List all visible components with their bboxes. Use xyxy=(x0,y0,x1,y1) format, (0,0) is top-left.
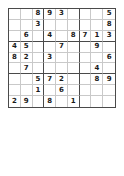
cell-r8c1[interactable] xyxy=(9,85,21,96)
cell-r4c6[interactable] xyxy=(68,42,80,53)
cell-r7c2[interactable] xyxy=(21,74,33,85)
cell-r5c6[interactable] xyxy=(68,53,80,64)
cell-r1c8[interactable] xyxy=(91,9,103,20)
cell-r9c2[interactable]: 9 xyxy=(21,96,33,107)
cell-r6c3[interactable] xyxy=(33,63,45,74)
cell-r1c2[interactable] xyxy=(21,9,33,20)
cell-r3c1[interactable] xyxy=(9,31,21,42)
cell-r7c4[interactable]: 7 xyxy=(44,74,56,85)
cell-r4c1[interactable]: 4 xyxy=(9,42,21,53)
cell-r4c5[interactable]: 7 xyxy=(56,42,68,53)
cell-r6c9[interactable] xyxy=(103,63,115,74)
cell-r8c4[interactable] xyxy=(44,85,56,96)
cell-r2c8[interactable] xyxy=(91,20,103,31)
cell-r3c3[interactable] xyxy=(33,31,45,42)
cell-r3c6[interactable]: 8 xyxy=(68,31,80,42)
cell-r3c5[interactable] xyxy=(56,31,68,42)
cell-r6c1[interactable] xyxy=(9,63,21,74)
cell-r4c7[interactable] xyxy=(80,42,92,53)
cell-r7c5[interactable]: 2 xyxy=(56,74,68,85)
cell-r1c7[interactable] xyxy=(80,9,92,20)
cell-r2c1[interactable] xyxy=(9,20,21,31)
cell-r2c4[interactable] xyxy=(44,20,56,31)
cell-r6c4[interactable] xyxy=(44,63,56,74)
cell-r9c8[interactable] xyxy=(91,96,103,107)
cell-r4c2[interactable]: 5 xyxy=(21,42,33,53)
cell-r8c5[interactable]: 6 xyxy=(56,85,68,96)
cell-r6c8[interactable]: 4 xyxy=(91,63,103,74)
cell-r2c9[interactable]: 8 xyxy=(103,20,115,31)
cell-r3c4[interactable]: 4 xyxy=(44,31,56,42)
cell-r5c9[interactable]: 6 xyxy=(103,53,115,64)
cell-r6c2[interactable]: 7 xyxy=(21,63,33,74)
cell-r9c1[interactable]: 2 xyxy=(9,96,21,107)
cell-r9c5[interactable] xyxy=(56,96,68,107)
cell-r8c3[interactable]: 1 xyxy=(33,85,45,96)
cell-r5c1[interactable]: 8 xyxy=(9,53,21,64)
cell-r5c4[interactable]: 3 xyxy=(44,53,56,64)
cell-r4c3[interactable] xyxy=(33,42,45,53)
cell-r8c8[interactable] xyxy=(91,85,103,96)
cell-r9c3[interactable] xyxy=(33,96,45,107)
cell-r8c7[interactable] xyxy=(80,85,92,96)
cell-r5c5[interactable] xyxy=(56,53,68,64)
cell-r9c7[interactable] xyxy=(80,96,92,107)
sudoku-board: 893538648713457982367457289162981 xyxy=(8,8,116,108)
cell-r4c8[interactable]: 9 xyxy=(91,42,103,53)
cell-r3c8[interactable]: 1 xyxy=(91,31,103,42)
cell-r6c7[interactable] xyxy=(80,63,92,74)
cell-r7c6[interactable] xyxy=(68,74,80,85)
cell-r5c7[interactable] xyxy=(80,53,92,64)
cell-r7c7[interactable] xyxy=(80,74,92,85)
cell-r2c6[interactable] xyxy=(68,20,80,31)
cell-r7c3[interactable]: 5 xyxy=(33,74,45,85)
cell-r8c9[interactable] xyxy=(103,85,115,96)
cell-r5c2[interactable]: 2 xyxy=(21,53,33,64)
cell-r9c9[interactable] xyxy=(103,96,115,107)
cell-r2c2[interactable] xyxy=(21,20,33,31)
cell-r1c5[interactable]: 3 xyxy=(56,9,68,20)
cell-r7c8[interactable]: 8 xyxy=(91,74,103,85)
cell-r5c8[interactable] xyxy=(91,53,103,64)
cell-r1c9[interactable]: 5 xyxy=(103,9,115,20)
cell-r7c9[interactable]: 9 xyxy=(103,74,115,85)
cell-r3c7[interactable]: 7 xyxy=(80,31,92,42)
cell-r5c3[interactable] xyxy=(33,53,45,64)
cell-r9c4[interactable]: 8 xyxy=(44,96,56,107)
cell-r3c9[interactable]: 3 xyxy=(103,31,115,42)
cell-r8c2[interactable] xyxy=(21,85,33,96)
cell-r4c9[interactable] xyxy=(103,42,115,53)
cell-r9c6[interactable]: 1 xyxy=(68,96,80,107)
cell-r8c6[interactable] xyxy=(68,85,80,96)
cell-r7c1[interactable] xyxy=(9,74,21,85)
cell-r2c3[interactable]: 3 xyxy=(33,20,45,31)
cell-r1c3[interactable]: 8 xyxy=(33,9,45,20)
cell-r1c6[interactable] xyxy=(68,9,80,20)
cell-r2c7[interactable] xyxy=(80,20,92,31)
cell-r6c5[interactable] xyxy=(56,63,68,74)
cell-r6c6[interactable] xyxy=(68,63,80,74)
cell-r3c2[interactable]: 6 xyxy=(21,31,33,42)
cell-r1c4[interactable]: 9 xyxy=(44,9,56,20)
cell-r4c4[interactable] xyxy=(44,42,56,53)
cell-r1c1[interactable] xyxy=(9,9,21,20)
cell-r2c5[interactable] xyxy=(56,20,68,31)
